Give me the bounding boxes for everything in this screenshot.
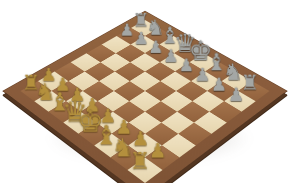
square-a1: ♜ — [21, 81, 52, 101]
square-g8: ♞ — [222, 72, 253, 91]
square-a3 — [55, 62, 85, 81]
square-d5 — [130, 72, 161, 91]
chess-set-photo: ♜♞♝♛♚♝♞♜♟♟♟♟♟♟♟♟♟♟♟♟♟♟♟♟♜♞♝♛♚♝♞♜ — [0, 0, 290, 183]
piece-black-rook: ♜ — [124, 11, 158, 30]
